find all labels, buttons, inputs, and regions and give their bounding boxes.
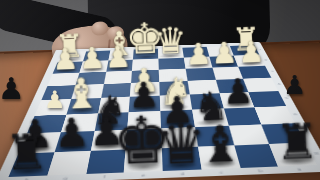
square-c2[interactable]: ♟: [184, 57, 212, 69]
square-a8[interactable]: ♜: [269, 143, 317, 167]
white-pawn-f2[interactable]: ♟: [105, 42, 132, 72]
captured-black-pawn-table-left: ♟: [0, 74, 25, 104]
captured-black-pawn-table-right: ♟: [283, 72, 306, 98]
white-pawn-a2[interactable]: ♟: [238, 37, 265, 67]
square-h8[interactable]: ♜: [8, 152, 54, 177]
white-queen-d1[interactable]: ♛: [153, 22, 187, 59]
file-label-g: g: [45, 174, 86, 180]
photo-scene: ♜♝♚♛♜♟♟♟♟♟♟♟♝♟♞♟♞♟♞♟♟♟♜♚♛♝♜ hgfedcba 123…: [0, 0, 320, 180]
black-bishop-c8[interactable]: ♝: [196, 118, 243, 170]
black-rook-a8[interactable]: ♜: [274, 117, 320, 168]
file-label-b: b: [240, 167, 281, 175]
black-rook-h8[interactable]: ♜: [4, 127, 50, 178]
square-d8[interactable]: ♛: [162, 147, 201, 171]
square-b2[interactable]: ♟: [209, 56, 239, 68]
square-g8[interactable]: [47, 151, 90, 175]
square-c8[interactable]: ♝: [198, 145, 240, 169]
black-pawn-g7[interactable]: ♟: [53, 112, 90, 153]
white-pawn-b2[interactable]: ♟: [211, 38, 238, 68]
captured-white-pawn-board-edge-left: ♟: [44, 88, 66, 112]
square-d1[interactable]: ♛: [158, 48, 184, 59]
square-a2[interactable]: ♟: [234, 55, 265, 67]
white-pawn-c2[interactable]: ♟: [185, 39, 212, 69]
